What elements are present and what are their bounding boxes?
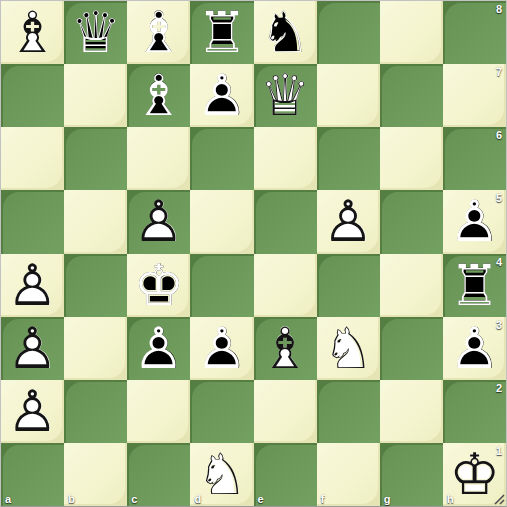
square-c2[interactable] — [127, 380, 190, 443]
square-a8[interactable]: ♝♗ — [1, 1, 64, 64]
square-g7[interactable] — [380, 64, 443, 127]
chess-board: ♝♗♛♕♝♗♜♖♞♘8♝♗♟♙♛♕76♟♙♟♙5♟♙♟♙♚♔4♜♖♟♙♟♙♟♙♝… — [1, 1, 506, 506]
square-f3[interactable]: ♞♘ — [317, 317, 380, 380]
square-b5[interactable] — [64, 190, 127, 253]
black-pawn[interactable]: ♟♙ — [127, 317, 190, 380]
square-g2[interactable] — [380, 380, 443, 443]
square-c6[interactable] — [127, 127, 190, 190]
square-h2[interactable]: 2 — [443, 380, 506, 443]
square-f5[interactable]: ♟♙ — [317, 190, 380, 253]
white-bishop[interactable]: ♝♗ — [254, 317, 317, 380]
square-g8[interactable] — [380, 1, 443, 64]
square-g3[interactable] — [380, 317, 443, 380]
square-e6[interactable] — [254, 127, 317, 190]
square-c7[interactable]: ♝♗ — [127, 64, 190, 127]
black-knight-outline: ♘ — [254, 1, 317, 64]
file-label-a: a — [5, 493, 11, 505]
white-pawn[interactable]: ♟♙ — [127, 190, 190, 253]
square-h3[interactable]: 3♟♙ — [443, 317, 506, 380]
black-rook-outline: ♖ — [190, 1, 253, 64]
square-a4[interactable]: ♟♙ — [1, 254, 64, 317]
square-g6[interactable] — [380, 127, 443, 190]
square-c5[interactable]: ♟♙ — [127, 190, 190, 253]
rank-label-2: 2 — [496, 382, 502, 394]
black-pawn-outline: ♙ — [190, 317, 253, 380]
square-a1[interactable]: a — [1, 443, 64, 506]
white-pawn[interactable]: ♟♙ — [1, 317, 64, 380]
file-label-d: d — [194, 493, 201, 505]
square-h8[interactable]: 8 — [443, 1, 506, 64]
black-king[interactable]: ♚♔ — [127, 254, 190, 317]
square-h7[interactable]: 7 — [443, 64, 506, 127]
square-d2[interactable] — [190, 380, 253, 443]
file-label-f: f — [321, 493, 325, 505]
square-b4[interactable] — [64, 254, 127, 317]
white-pawn[interactable]: ♟♙ — [1, 254, 64, 317]
black-pawn-outline: ♙ — [127, 317, 190, 380]
square-a3[interactable]: ♟♙ — [1, 317, 64, 380]
square-d4[interactable] — [190, 254, 253, 317]
rank-label-8: 8 — [496, 3, 502, 15]
white-knight[interactable]: ♞♘ — [317, 317, 380, 380]
square-e8[interactable]: ♞♘ — [254, 1, 317, 64]
black-bishop-outline: ♗ — [127, 1, 190, 64]
square-g1[interactable]: g — [380, 443, 443, 506]
square-a6[interactable] — [1, 127, 64, 190]
square-b2[interactable] — [64, 380, 127, 443]
square-b1[interactable]: b — [64, 443, 127, 506]
black-pawn[interactable]: ♟♙ — [190, 64, 253, 127]
white-pawn-outline: ♙ — [1, 380, 64, 443]
square-d5[interactable] — [190, 190, 253, 253]
square-h5[interactable]: 5♟♙ — [443, 190, 506, 253]
square-f2[interactable] — [317, 380, 380, 443]
file-label-g: g — [384, 493, 391, 505]
square-a7[interactable] — [1, 64, 64, 127]
chess-board-container: ♝♗♛♕♝♗♜♖♞♘8♝♗♟♙♛♕76♟♙♟♙5♟♙♟♙♚♔4♜♖♟♙♟♙♟♙♝… — [0, 0, 507, 507]
white-pawn[interactable]: ♟♙ — [1, 380, 64, 443]
white-bishop-outline: ♗ — [254, 317, 317, 380]
black-queen[interactable]: ♛♕ — [64, 1, 127, 64]
square-d6[interactable] — [190, 127, 253, 190]
black-pawn[interactable]: ♟♙ — [190, 317, 253, 380]
black-queen-outline: ♕ — [64, 1, 127, 64]
square-g5[interactable] — [380, 190, 443, 253]
black-bishop[interactable]: ♝♗ — [127, 1, 190, 64]
black-knight[interactable]: ♞♘ — [254, 1, 317, 64]
square-f4[interactable] — [317, 254, 380, 317]
square-c4[interactable]: ♚♔ — [127, 254, 190, 317]
square-f8[interactable] — [317, 1, 380, 64]
square-d3[interactable]: ♟♙ — [190, 317, 253, 380]
square-b8[interactable]: ♛♕ — [64, 1, 127, 64]
black-bishop-outline: ♗ — [127, 64, 190, 127]
white-knight-outline: ♘ — [317, 317, 380, 380]
square-e5[interactable] — [254, 190, 317, 253]
square-f6[interactable] — [317, 127, 380, 190]
white-pawn-outline: ♙ — [1, 317, 64, 380]
rank-label-4: 4 — [496, 256, 502, 268]
file-label-h: h — [447, 493, 454, 505]
rank-label-1: 1 — [496, 445, 502, 457]
white-pawn-outline: ♙ — [317, 190, 380, 253]
white-queen[interactable]: ♛♕ — [254, 64, 317, 127]
square-b7[interactable] — [64, 64, 127, 127]
square-c1[interactable]: c — [127, 443, 190, 506]
square-e2[interactable] — [254, 380, 317, 443]
file-label-b: b — [68, 493, 75, 505]
square-d1[interactable]: d♞♘ — [190, 443, 253, 506]
rank-label-7: 7 — [496, 66, 502, 78]
square-h4[interactable]: 4♜♖ — [443, 254, 506, 317]
file-label-e: e — [258, 493, 264, 505]
square-g4[interactable] — [380, 254, 443, 317]
square-e1[interactable]: e — [254, 443, 317, 506]
file-label-c: c — [131, 493, 137, 505]
square-c8[interactable]: ♝♗ — [127, 1, 190, 64]
square-b3[interactable] — [64, 317, 127, 380]
white-pawn-outline: ♙ — [127, 190, 190, 253]
rank-label-3: 3 — [496, 319, 502, 331]
black-pawn-outline: ♙ — [190, 64, 253, 127]
square-f1[interactable]: f — [317, 443, 380, 506]
square-d7[interactable]: ♟♙ — [190, 64, 253, 127]
square-d8[interactable]: ♜♖ — [190, 1, 253, 64]
square-h6[interactable]: 6 — [443, 127, 506, 190]
square-a2[interactable]: ♟♙ — [1, 380, 64, 443]
rank-label-6: 6 — [496, 129, 502, 141]
rank-label-5: 5 — [496, 192, 502, 204]
square-b6[interactable] — [64, 127, 127, 190]
white-pawn[interactable]: ♟♙ — [317, 190, 380, 253]
black-king-outline: ♔ — [127, 254, 190, 317]
square-e3[interactable]: ♝♗ — [254, 317, 317, 380]
board-resize-handle-icon[interactable] — [492, 492, 505, 505]
white-bishop-outline: ♗ — [1, 1, 64, 64]
black-rook[interactable]: ♜♖ — [190, 1, 253, 64]
square-c3[interactable]: ♟♙ — [127, 317, 190, 380]
black-bishop[interactable]: ♝♗ — [127, 64, 190, 127]
square-e4[interactable] — [254, 254, 317, 317]
square-e7[interactable]: ♛♕ — [254, 64, 317, 127]
white-queen-outline: ♕ — [254, 64, 317, 127]
square-a5[interactable] — [1, 190, 64, 253]
square-f7[interactable] — [317, 64, 380, 127]
white-bishop[interactable]: ♝♗ — [1, 1, 64, 64]
white-pawn-outline: ♙ — [1, 254, 64, 317]
